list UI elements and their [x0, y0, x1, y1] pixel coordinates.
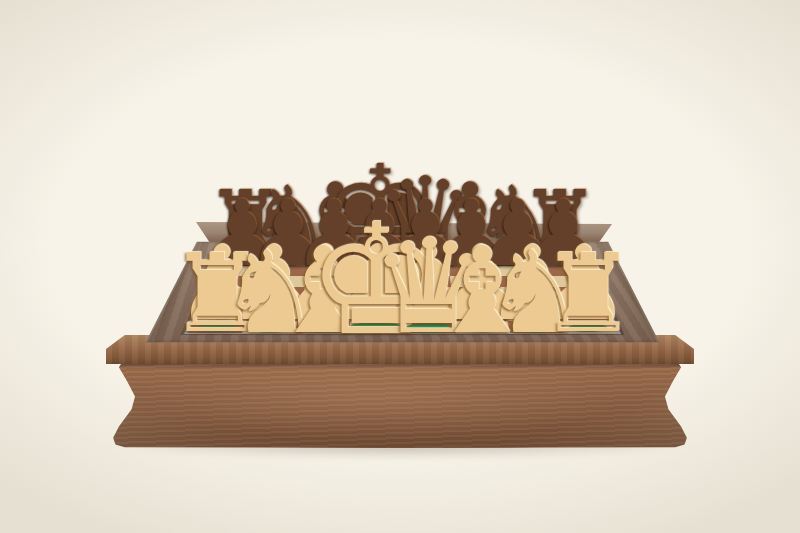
pieces-layer: ♜♞♝♚♛♝♞♜♟♟♟♟♟♟♟♟♟♟♟♟♟♟♟♟♜♞♝♚♛♝♞♜	[0, 0, 800, 533]
piece-light-rook: ♜	[539, 240, 636, 348]
product-photo-scene: ♜♞♝♚♛♝♞♜♟♟♟♟♟♟♟♟♟♟♟♟♟♟♟♟♜♞♝♚♛♝♞♜	[0, 0, 800, 533]
